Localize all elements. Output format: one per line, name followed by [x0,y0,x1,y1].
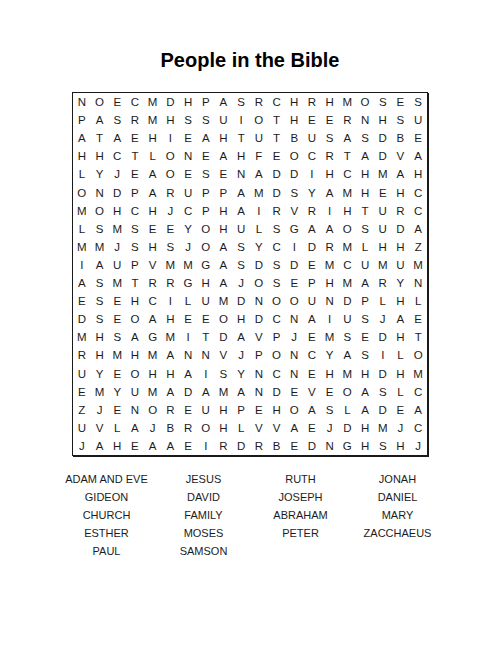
grid-cell[interactable]: H [321,165,339,183]
grid-cell[interactable]: D [374,328,392,346]
grid-cell[interactable]: S [356,310,374,328]
grid-cell[interactable]: H [162,365,180,383]
grid-cell[interactable]: E [303,328,321,346]
grid-cell[interactable]: I [321,310,339,328]
grid-cell[interactable]: H [162,310,180,328]
grid-cell[interactable]: R [250,93,268,111]
grid-cell[interactable]: H [339,202,357,220]
grid-cell[interactable]: T [126,147,144,165]
grid-cell[interactable]: E [126,129,144,147]
grid-cell[interactable]: E [303,111,321,129]
grid-cell[interactable]: T [268,111,286,129]
grid-cell[interactable]: D [215,328,233,346]
grid-cell[interactable]: O [339,220,357,238]
grid-cell[interactable]: C [108,147,126,165]
grid-cell[interactable]: J [144,419,162,437]
grid-cell[interactable]: I [232,111,250,129]
grid-cell[interactable]: A [108,129,126,147]
grid-cell[interactable]: C [409,383,427,401]
grid-cell[interactable]: S [232,93,250,111]
grid-cell[interactable]: S [374,383,392,401]
grid-cell[interactable]: E [409,310,427,328]
grid-cell[interactable]: Z [73,401,91,419]
grid-cell[interactable]: A [303,220,321,238]
grid-cell[interactable]: R [144,274,162,292]
grid-cell[interactable]: G [197,256,215,274]
grid-cell[interactable]: N [321,292,339,310]
grid-cell[interactable]: O [197,220,215,238]
grid-cell[interactable]: H [409,165,427,183]
grid-cell[interactable]: P [197,93,215,111]
grid-cell[interactable]: H [392,292,410,310]
grid-cell[interactable]: H [356,365,374,383]
grid-cell[interactable]: O [250,111,268,129]
grid-cell[interactable]: M [162,328,180,346]
grid-cell[interactable]: O [268,292,286,310]
grid-cell[interactable]: E [179,437,197,455]
grid-cell[interactable]: U [197,292,215,310]
grid-cell[interactable]: P [250,346,268,364]
grid-cell[interactable]: R [126,111,144,129]
grid-cell[interactable]: A [356,147,374,165]
grid-cell[interactable]: G [144,328,162,346]
grid-cell[interactable]: T [91,129,109,147]
grid-cell[interactable]: H [285,111,303,129]
grid-cell[interactable]: B [268,437,286,455]
grid-cell[interactable]: S [356,346,374,364]
grid-cell[interactable]: E [303,256,321,274]
grid-cell[interactable]: N [179,147,197,165]
grid-cell[interactable]: N [250,383,268,401]
grid-cell[interactable]: S [268,220,286,238]
grid-cell[interactable]: H [268,401,286,419]
grid-cell[interactable]: A [144,165,162,183]
grid-cell[interactable]: U [339,310,357,328]
grid-cell[interactable]: V [268,419,286,437]
grid-cell[interactable]: M [250,184,268,202]
grid-cell[interactable]: M [144,383,162,401]
grid-cell[interactable]: E [179,165,197,183]
grid-cell[interactable]: A [339,129,357,147]
grid-cell[interactable]: A [144,184,162,202]
grid-cell[interactable]: L [356,238,374,256]
grid-cell[interactable]: D [268,383,286,401]
grid-cell[interactable]: M [73,328,91,346]
grid-cell[interactable]: N [285,310,303,328]
grid-cell[interactable]: M [91,383,109,401]
grid-cell[interactable]: U [126,383,144,401]
grid-cell[interactable]: D [303,238,321,256]
grid-cell[interactable]: M [321,256,339,274]
grid-cell[interactable]: R [179,419,197,437]
grid-cell[interactable]: H [144,238,162,256]
grid-cell[interactable]: H [126,292,144,310]
grid-cell[interactable]: E [108,401,126,419]
grid-cell[interactable]: M [144,111,162,129]
grid-cell[interactable]: S [374,93,392,111]
grid-cell[interactable]: A [356,274,374,292]
grid-cell[interactable]: V [250,328,268,346]
grid-cell[interactable]: O [162,165,180,183]
grid-cell[interactable]: O [215,310,233,328]
grid-cell[interactable]: H [321,93,339,111]
grid-cell[interactable]: A [162,437,180,455]
grid-cell[interactable]: E [144,220,162,238]
grid-cell[interactable]: S [285,184,303,202]
grid-cell[interactable]: I [250,202,268,220]
grid-cell[interactable]: S [356,129,374,147]
grid-cell[interactable]: H [126,346,144,364]
grid-cell[interactable]: C [268,93,286,111]
grid-cell[interactable]: Y [321,346,339,364]
grid-cell[interactable]: U [409,111,427,129]
grid-cell[interactable]: D [179,383,197,401]
grid-cell[interactable]: E [392,93,410,111]
grid-cell[interactable]: E [179,401,197,419]
grid-cell[interactable]: A [91,256,109,274]
grid-cell[interactable]: T [197,328,215,346]
grid-cell[interactable]: A [321,220,339,238]
grid-cell[interactable]: H [179,93,197,111]
grid-cell[interactable]: J [392,419,410,437]
grid-cell[interactable]: S [215,365,233,383]
grid-cell[interactable]: D [374,147,392,165]
grid-cell[interactable]: R [73,346,91,364]
grid-cell[interactable]: S [91,274,109,292]
grid-cell[interactable]: U [374,220,392,238]
grid-cell[interactable]: P [73,111,91,129]
grid-cell[interactable]: D [374,401,392,419]
grid-cell[interactable]: E [73,292,91,310]
grid-cell[interactable]: L [108,419,126,437]
grid-cell[interactable]: R [392,202,410,220]
grid-cell[interactable]: E [179,310,197,328]
grid-cell[interactable]: H [321,274,339,292]
grid-cell[interactable]: S [232,238,250,256]
grid-cell[interactable]: V [303,383,321,401]
grid-cell[interactable]: M [321,328,339,346]
grid-cell[interactable]: N [250,365,268,383]
grid-cell[interactable]: O [197,419,215,437]
grid-cell[interactable]: A [356,401,374,419]
grid-cell[interactable]: T [126,274,144,292]
grid-cell[interactable]: H [215,202,233,220]
grid-cell[interactable]: L [73,165,91,183]
grid-cell[interactable]: C [409,419,427,437]
grid-cell[interactable]: N [91,184,109,202]
grid-cell[interactable]: J [179,238,197,256]
grid-cell[interactable]: H [374,238,392,256]
grid-cell[interactable]: C [303,346,321,364]
grid-cell[interactable]: E [179,129,197,147]
grid-cell[interactable]: E [108,93,126,111]
grid-cell[interactable]: T [268,129,286,147]
grid-cell[interactable]: S [126,238,144,256]
grid-cell[interactable]: U [303,292,321,310]
grid-cell[interactable]: R [303,202,321,220]
grid-cell[interactable]: F [250,147,268,165]
grid-cell[interactable]: A [91,437,109,455]
grid-cell[interactable]: C [144,292,162,310]
grid-cell[interactable]: V [215,346,233,364]
grid-cell[interactable]: A [91,111,109,129]
grid-cell[interactable]: Y [108,383,126,401]
grid-cell[interactable]: A [232,202,250,220]
grid-cell[interactable]: H [392,238,410,256]
grid-cell[interactable]: L [232,419,250,437]
grid-cell[interactable]: S [339,328,357,346]
grid-cell[interactable]: I [374,346,392,364]
grid-cell[interactable]: M [144,93,162,111]
grid-cell[interactable]: T [232,129,250,147]
grid-cell[interactable]: H [144,365,162,383]
grid-cell[interactable]: U [232,220,250,238]
grid-cell[interactable]: E [215,165,233,183]
grid-cell[interactable]: H [197,274,215,292]
grid-cell[interactable]: A [126,328,144,346]
grid-cell[interactable]: A [232,383,250,401]
grid-cell[interactable]: N [126,401,144,419]
grid-cell[interactable]: I [179,328,197,346]
grid-cell[interactable]: N [197,346,215,364]
grid-cell[interactable]: H [162,111,180,129]
grid-cell[interactable]: J [232,274,250,292]
grid-cell[interactable]: E [392,401,410,419]
grid-cell[interactable]: M [91,238,109,256]
grid-cell[interactable]: M [108,220,126,238]
grid-cell[interactable]: I [162,292,180,310]
grid-cell[interactable]: E [126,165,144,183]
grid-cell[interactable]: A [356,383,374,401]
grid-cell[interactable]: D [232,292,250,310]
grid-cell[interactable]: H [91,328,109,346]
grid-cell[interactable]: L [179,292,197,310]
grid-cell[interactable]: D [374,129,392,147]
grid-cell[interactable]: C [268,238,286,256]
grid-cell[interactable]: C [268,310,286,328]
grid-cell[interactable]: O [197,238,215,256]
grid-cell[interactable]: U [73,419,91,437]
grid-cell[interactable]: E [73,383,91,401]
grid-cell[interactable]: P [126,184,144,202]
grid-cell[interactable]: I [197,437,215,455]
grid-cell[interactable]: S [268,256,286,274]
grid-cell[interactable]: O [268,346,286,364]
grid-cell[interactable]: S [179,111,197,129]
grid-cell[interactable]: L [339,401,357,419]
grid-cell[interactable]: M [108,274,126,292]
grid-cell[interactable]: V [250,419,268,437]
grid-cell[interactable]: L [73,220,91,238]
grid-cell[interactable]: M [108,346,126,364]
grid-cell[interactable]: M [215,383,233,401]
grid-cell[interactable]: S [321,401,339,419]
grid-cell[interactable]: D [303,437,321,455]
grid-cell[interactable]: E [321,383,339,401]
grid-cell[interactable]: A [232,328,250,346]
grid-cell[interactable]: H [215,220,233,238]
grid-cell[interactable]: D [339,419,357,437]
grid-cell[interactable]: O [339,383,357,401]
grid-cell[interactable]: C [179,202,197,220]
grid-cell[interactable]: T [409,328,427,346]
grid-cell[interactable]: B [162,419,180,437]
grid-cell[interactable]: A [392,310,410,328]
grid-cell[interactable]: O [91,202,109,220]
grid-cell[interactable]: N [409,274,427,292]
grid-cell[interactable]: H [232,310,250,328]
grid-cell[interactable]: S [374,437,392,455]
grid-cell[interactable]: D [73,310,91,328]
grid-cell[interactable]: S [91,292,109,310]
grid-cell[interactable]: E [108,365,126,383]
grid-cell[interactable]: M [144,346,162,364]
grid-cell[interactable]: R [303,93,321,111]
grid-cell[interactable]: S [108,328,126,346]
grid-cell[interactable]: O [73,184,91,202]
grid-cell[interactable]: J [73,437,91,455]
grid-cell[interactable]: S [91,310,109,328]
grid-cell[interactable]: A [409,147,427,165]
grid-cell[interactable]: V [144,256,162,274]
grid-cell[interactable]: A [215,274,233,292]
grid-cell[interactable]: H [144,202,162,220]
grid-cell[interactable]: I [162,129,180,147]
grid-cell[interactable]: M [374,256,392,274]
grid-cell[interactable]: P [215,184,233,202]
grid-cell[interactable]: E [162,220,180,238]
grid-cell[interactable]: C [339,256,357,274]
grid-cell[interactable]: A [215,147,233,165]
grid-cell[interactable]: E [303,419,321,437]
grid-cell[interactable]: O [285,401,303,419]
grid-cell[interactable]: D [108,184,126,202]
grid-cell[interactable]: H [356,419,374,437]
grid-cell[interactable]: R [162,274,180,292]
grid-cell[interactable]: M [339,365,357,383]
grid-cell[interactable]: E [409,129,427,147]
grid-cell[interactable]: E [285,383,303,401]
grid-cell[interactable]: R [215,437,233,455]
grid-cell[interactable]: C [339,165,357,183]
grid-cell[interactable]: N [250,292,268,310]
grid-cell[interactable]: E [268,147,286,165]
grid-cell[interactable]: A [285,419,303,437]
grid-cell[interactable]: C [303,147,321,165]
grid-cell[interactable]: P [126,256,144,274]
grid-cell[interactable]: O [162,147,180,165]
grid-cell[interactable]: J [162,202,180,220]
grid-cell[interactable]: E [285,274,303,292]
grid-cell[interactable]: D [250,310,268,328]
grid-cell[interactable]: E [126,437,144,455]
grid-cell[interactable]: G [285,220,303,238]
grid-cell[interactable]: S [321,129,339,147]
grid-cell[interactable]: A [321,184,339,202]
grid-cell[interactable]: A [197,129,215,147]
grid-cell[interactable]: D [285,256,303,274]
grid-cell[interactable]: I [285,238,303,256]
grid-cell[interactable]: A [144,310,162,328]
grid-cell[interactable]: O [356,93,374,111]
grid-cell[interactable]: H [232,147,250,165]
grid-cell[interactable]: H [356,437,374,455]
grid-cell[interactable]: V [392,147,410,165]
grid-cell[interactable]: L [392,346,410,364]
grid-cell[interactable]: A [73,274,91,292]
grid-cell[interactable]: I [73,256,91,274]
grid-cell[interactable]: M [162,256,180,274]
grid-cell[interactable]: S [197,165,215,183]
grid-cell[interactable]: R [339,111,357,129]
grid-cell[interactable]: E [356,328,374,346]
grid-cell[interactable]: H [285,93,303,111]
grid-cell[interactable]: H [73,147,91,165]
grid-cell[interactable]: S [162,238,180,256]
grid-cell[interactable]: H [392,365,410,383]
grid-cell[interactable]: A [215,93,233,111]
grid-cell[interactable]: M [73,202,91,220]
grid-cell[interactable]: S [356,220,374,238]
grid-cell[interactable]: S [91,220,109,238]
grid-cell[interactable]: C [409,202,427,220]
grid-cell[interactable]: N [285,346,303,364]
grid-cell[interactable]: M [215,292,233,310]
grid-cell[interactable]: J [232,346,250,364]
grid-cell[interactable]: E [108,310,126,328]
grid-cell[interactable]: U [108,256,126,274]
grid-cell[interactable]: P [197,202,215,220]
grid-cell[interactable]: O [126,365,144,383]
grid-cell[interactable]: M [374,165,392,183]
grid-cell[interactable]: H [321,365,339,383]
grid-cell[interactable]: L [374,292,392,310]
grid-cell[interactable]: N [179,346,197,364]
grid-cell[interactable]: T [356,202,374,220]
grid-cell[interactable]: A [144,437,162,455]
grid-cell[interactable]: R [321,147,339,165]
grid-cell[interactable]: O [285,147,303,165]
grid-cell[interactable]: D [339,292,357,310]
grid-cell[interactable]: S [197,111,215,129]
grid-cell[interactable]: S [108,111,126,129]
grid-cell[interactable]: S [409,93,427,111]
grid-cell[interactable]: J [108,238,126,256]
grid-cell[interactable]: R [250,437,268,455]
grid-cell[interactable]: U [356,256,374,274]
grid-cell[interactable]: A [73,129,91,147]
grid-cell[interactable]: H [356,165,374,183]
grid-cell[interactable]: A [162,346,180,364]
grid-cell[interactable]: R [162,184,180,202]
grid-cell[interactable]: Y [179,220,197,238]
grid-cell[interactable]: M [374,419,392,437]
grid-cell[interactable]: H [392,437,410,455]
grid-cell[interactable]: H [392,328,410,346]
grid-cell[interactable]: E [374,184,392,202]
grid-cell[interactable]: E [321,111,339,129]
grid-cell[interactable]: A [250,165,268,183]
grid-cell[interactable]: G [179,274,197,292]
grid-cell[interactable]: M [409,256,427,274]
grid-cell[interactable]: R [268,202,286,220]
grid-cell[interactable]: A [179,365,197,383]
grid-cell[interactable]: O [409,346,427,364]
grid-cell[interactable]: C [268,365,286,383]
grid-cell[interactable]: A [197,383,215,401]
grid-cell[interactable]: E [285,437,303,455]
grid-cell[interactable]: D [268,165,286,183]
